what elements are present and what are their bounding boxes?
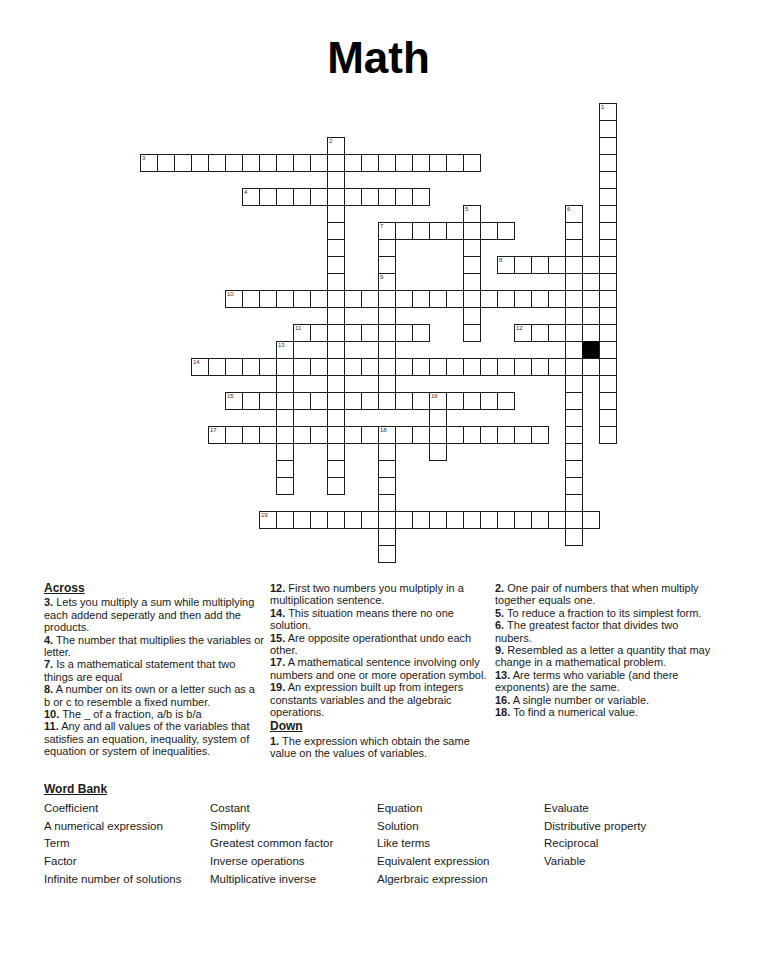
grid-cell[interactable] <box>599 290 617 308</box>
grid-cell[interactable] <box>361 426 379 444</box>
grid-cell[interactable]: 16 <box>429 392 447 410</box>
grid-cell[interactable] <box>446 392 464 410</box>
grid-cell[interactable] <box>395 154 413 172</box>
grid-cell[interactable] <box>480 222 498 240</box>
grid-cell[interactable] <box>565 409 583 427</box>
grid-cell[interactable] <box>565 273 583 291</box>
grid-cell[interactable] <box>497 426 515 444</box>
grid-cell[interactable] <box>344 511 362 529</box>
grid-cell[interactable] <box>327 358 345 376</box>
grid-cell[interactable] <box>378 528 396 546</box>
grid-cell[interactable] <box>293 358 311 376</box>
grid-cell[interactable] <box>327 460 345 478</box>
clue: 19. An expression built up from integers… <box>270 681 490 718</box>
clue-number: 1. <box>270 735 279 747</box>
grid-cell[interactable] <box>310 324 328 342</box>
grid-cell[interactable] <box>327 341 345 359</box>
grid-cell[interactable] <box>327 511 345 529</box>
grid-cell[interactable] <box>463 256 481 274</box>
grid-cell[interactable] <box>599 375 617 393</box>
word-bank-item: Simplify <box>210 818 377 836</box>
grid-cell[interactable]: 14 <box>191 358 209 376</box>
grid-cell[interactable] <box>378 256 396 274</box>
grid-cell[interactable] <box>293 188 311 206</box>
grid-cell[interactable] <box>599 120 617 138</box>
grid-cell[interactable] <box>446 290 464 308</box>
grid-cell[interactable] <box>310 392 328 410</box>
grid-cell[interactable] <box>463 154 481 172</box>
grid-cell[interactable] <box>446 154 464 172</box>
grid-cell[interactable] <box>225 426 243 444</box>
grid-cell[interactable] <box>378 443 396 461</box>
grid-cell[interactable] <box>327 426 345 444</box>
grid-cell[interactable] <box>327 290 345 308</box>
grid-cell[interactable] <box>429 409 447 427</box>
clue-text: The greatest factor that divides two nub… <box>495 619 678 643</box>
grid-cell[interactable] <box>395 358 413 376</box>
grid-cell[interactable] <box>497 290 515 308</box>
grid-cell[interactable] <box>327 188 345 206</box>
grid-cell[interactable] <box>361 188 379 206</box>
grid-cell[interactable] <box>293 290 311 308</box>
grid-cell[interactable] <box>429 154 447 172</box>
grid-cell[interactable] <box>548 290 566 308</box>
grid-cell[interactable] <box>344 358 362 376</box>
clue: 15. Are opposite operationthat undo each… <box>270 632 490 657</box>
grid-cell[interactable] <box>395 324 413 342</box>
grid-cell[interactable] <box>565 477 583 495</box>
grid-cell[interactable] <box>599 324 617 342</box>
grid-cell[interactable] <box>327 171 345 189</box>
grid-cell[interactable] <box>310 290 328 308</box>
grid-cell[interactable] <box>412 222 430 240</box>
grid-cell[interactable] <box>565 256 583 274</box>
grid-cell[interactable] <box>378 545 396 563</box>
grid-cell[interactable] <box>480 392 498 410</box>
clue-number: 14. <box>270 607 285 619</box>
grid-cell[interactable] <box>344 154 362 172</box>
grid-cell[interactable] <box>565 341 583 359</box>
grid-cell[interactable] <box>565 358 583 376</box>
grid-cell[interactable] <box>565 239 583 257</box>
grid-cell[interactable] <box>565 511 583 529</box>
grid-cell[interactable]: 19 <box>259 511 277 529</box>
grid-cell[interactable] <box>395 511 413 529</box>
grid-cell[interactable] <box>463 307 481 325</box>
grid-cell[interactable] <box>412 154 430 172</box>
grid-cell[interactable]: 9 <box>378 273 396 291</box>
word-bank-column: EquationSolutionLike termsEquivalent exp… <box>377 800 544 889</box>
grid-cell[interactable] <box>361 358 379 376</box>
grid-cell[interactable] <box>599 154 617 172</box>
grid-cell[interactable] <box>463 392 481 410</box>
grid-cell[interactable] <box>361 324 379 342</box>
grid-cell[interactable] <box>514 511 532 529</box>
grid-cell[interactable] <box>327 222 345 240</box>
grid-cell[interactable] <box>463 290 481 308</box>
grid-cell[interactable] <box>378 375 396 393</box>
grid-cell[interactable] <box>378 307 396 325</box>
grid-cell[interactable] <box>310 358 328 376</box>
grid-cell[interactable] <box>412 358 430 376</box>
clue-text: Is a mathematical statement that two thi… <box>44 658 235 682</box>
grid-cell[interactable] <box>310 426 328 444</box>
grid-cell-black <box>582 341 600 359</box>
clue-number-label: 11 <box>295 325 301 331</box>
clue-number: 9. <box>495 644 504 656</box>
grid-cell[interactable]: 12 <box>514 324 532 342</box>
grid-cell[interactable] <box>565 290 583 308</box>
word-bank-item: Coefficient <box>44 800 210 818</box>
grid-cell[interactable] <box>361 392 379 410</box>
grid-cell[interactable] <box>599 239 617 257</box>
grid-cell[interactable]: 11 <box>293 324 311 342</box>
grid-cell[interactable] <box>480 426 498 444</box>
grid-cell[interactable] <box>429 222 447 240</box>
clue-text: A mathematical sentence involving only n… <box>270 656 486 680</box>
grid-cell[interactable]: 17 <box>208 426 226 444</box>
across-clues-list-2: 12. First two numbers you mulptiply in a… <box>270 582 490 718</box>
grid-cell[interactable] <box>293 511 311 529</box>
word-bank-item: Inverse operations <box>210 853 377 871</box>
clue-text: First two numbers you mulptiply in a mul… <box>270 582 464 606</box>
grid-cell[interactable] <box>225 358 243 376</box>
clue-number: 4. <box>44 634 53 646</box>
clue-number: 13. <box>495 669 510 681</box>
grid-cell[interactable] <box>412 290 430 308</box>
grid-cell[interactable] <box>378 494 396 512</box>
grid-cell[interactable] <box>480 358 498 376</box>
grid-cell[interactable] <box>276 375 294 393</box>
grid-cell[interactable] <box>327 409 345 427</box>
grid-cell[interactable] <box>412 511 430 529</box>
grid-cell[interactable] <box>463 511 481 529</box>
grid-cell[interactable] <box>174 154 192 172</box>
clue: 7. Is a mathematical statement that two … <box>44 658 264 683</box>
word-bank-item: Like terms <box>377 835 544 853</box>
clue: 8. A number on its own or a letter such … <box>44 683 264 708</box>
grid-cell[interactable] <box>378 324 396 342</box>
grid-cell[interactable] <box>599 307 617 325</box>
grid-cell[interactable] <box>344 188 362 206</box>
grid-cell[interactable] <box>378 392 396 410</box>
clue: 3. Lets you multiply a sum while multipl… <box>44 596 264 633</box>
clue: 12. First two numbers you mulptiply in a… <box>270 582 490 607</box>
grid-cell[interactable] <box>378 341 396 359</box>
clue: 1. The expression which obtain the same … <box>270 735 490 760</box>
word-bank-item: Equation <box>377 800 544 818</box>
grid-cell[interactable] <box>582 511 600 529</box>
clue: 5. To reduce a fraction to its simplest … <box>495 607 715 619</box>
grid-cell[interactable] <box>157 154 175 172</box>
grid-cell[interactable] <box>378 290 396 308</box>
grid-cell[interactable] <box>463 273 481 291</box>
clue: 14. This situation means there no one so… <box>270 607 490 632</box>
grid-cell[interactable] <box>412 324 430 342</box>
grid-cell[interactable] <box>446 511 464 529</box>
grid-cell[interactable] <box>361 290 379 308</box>
grid-cell[interactable] <box>276 290 294 308</box>
clue-number-label: 8 <box>499 257 502 263</box>
word-bank-column: CostantSimplifyGreatest common factorInv… <box>210 800 377 889</box>
grid-cell[interactable] <box>582 324 600 342</box>
grid-cell[interactable] <box>463 426 481 444</box>
grid-cell[interactable] <box>497 358 515 376</box>
grid-cell[interactable] <box>548 511 566 529</box>
grid-cell[interactable] <box>327 154 345 172</box>
grid-cell[interactable] <box>497 392 515 410</box>
word-bank-item: Distributive property <box>544 818 734 836</box>
grid-cell[interactable] <box>344 392 362 410</box>
grid-cell[interactable] <box>565 222 583 240</box>
clue: 13. Are terms who variable (and there ex… <box>495 669 715 694</box>
grid-cell[interactable]: 2 <box>327 137 345 155</box>
grid-cell[interactable] <box>599 188 617 206</box>
grid-cell[interactable] <box>327 205 345 223</box>
grid-cell[interactable] <box>531 290 549 308</box>
grid-cell[interactable] <box>276 154 294 172</box>
grid-cell[interactable] <box>310 511 328 529</box>
grid-cell[interactable] <box>242 358 260 376</box>
word-bank-columns: CoefficientA numerical expressionTermFac… <box>44 800 746 889</box>
grid-cell[interactable] <box>327 392 345 410</box>
word-bank-item: Infinite number of solutions <box>44 871 210 889</box>
down-clues-list-1: 1. The expression which obtain the same … <box>270 735 490 760</box>
grid-cell[interactable] <box>548 358 566 376</box>
grid-cell[interactable] <box>242 426 260 444</box>
grid-cell[interactable] <box>276 358 294 376</box>
clue-number-label: 4 <box>244 189 247 195</box>
grid-cell[interactable] <box>293 426 311 444</box>
grid-cell[interactable] <box>378 239 396 257</box>
clue-number-label: 3 <box>142 155 145 161</box>
grid-cell[interactable] <box>429 511 447 529</box>
grid-cell[interactable] <box>599 171 617 189</box>
clue-number-label: 5 <box>465 206 468 212</box>
grid-cell[interactable] <box>599 273 617 291</box>
clue: 18. To find a numerical value. <box>495 706 715 718</box>
grid-cell[interactable]: 4 <box>242 188 260 206</box>
grid-cell[interactable] <box>310 154 328 172</box>
grid-cell[interactable] <box>480 290 498 308</box>
grid-cell[interactable] <box>565 426 583 444</box>
grid-cell[interactable] <box>531 256 549 274</box>
grid-cell[interactable] <box>395 290 413 308</box>
grid-cell[interactable] <box>599 256 617 274</box>
clue-number-label: 17 <box>210 427 217 433</box>
grid-cell[interactable] <box>582 256 600 274</box>
grid-cell[interactable]: 13 <box>276 341 294 359</box>
grid-cell[interactable] <box>582 358 600 376</box>
grid-cell[interactable] <box>327 324 345 342</box>
grid-cell[interactable] <box>599 222 617 240</box>
grid-cell[interactable] <box>225 154 243 172</box>
grid-cell[interactable] <box>514 290 532 308</box>
clue-text: An expression built up from integers con… <box>270 681 463 718</box>
grid-cell[interactable] <box>429 426 447 444</box>
grid-cell[interactable] <box>565 460 583 478</box>
grid-cell[interactable] <box>310 188 328 206</box>
grid-cell[interactable] <box>412 188 430 206</box>
grid-cell[interactable] <box>412 392 430 410</box>
grid-cell[interactable] <box>599 137 617 155</box>
clue-number: 17. <box>270 656 285 668</box>
grid-cell[interactable] <box>276 409 294 427</box>
grid-cell[interactable] <box>259 290 277 308</box>
clue-number: 19. <box>270 681 285 693</box>
grid-cell[interactable] <box>497 511 515 529</box>
grid-cell[interactable] <box>395 188 413 206</box>
grid-cell[interactable] <box>531 511 549 529</box>
grid-cell[interactable] <box>531 358 549 376</box>
grid-cell[interactable] <box>327 239 345 257</box>
grid-cell[interactable]: 15 <box>225 392 243 410</box>
grid-cell[interactable] <box>327 273 345 291</box>
grid-cell[interactable] <box>463 324 481 342</box>
grid-cell[interactable] <box>327 477 345 495</box>
word-bank-item: Costant <box>210 800 377 818</box>
grid-cell[interactable] <box>480 511 498 529</box>
grid-cell[interactable] <box>242 290 260 308</box>
grid-cell[interactable] <box>446 222 464 240</box>
word-bank-column: CoefficientA numerical expressionTermFac… <box>44 800 210 889</box>
clue-text: Are opposite operationthat undo each oth… <box>270 632 471 656</box>
clue-number-label: 10 <box>227 291 234 297</box>
grid-cell[interactable] <box>463 222 481 240</box>
grid-cell[interactable] <box>259 154 277 172</box>
grid-cell[interactable] <box>599 358 617 376</box>
grid-cell[interactable]: 18 <box>378 426 396 444</box>
grid-cell[interactable] <box>565 528 583 546</box>
grid-cell[interactable] <box>259 392 277 410</box>
grid-cell[interactable] <box>531 324 549 342</box>
word-bank-item: Multiplicative inverse <box>210 871 377 889</box>
grid-cell[interactable] <box>599 205 617 223</box>
grid-cell[interactable] <box>395 222 413 240</box>
grid-cell[interactable] <box>191 154 209 172</box>
grid-cell[interactable] <box>344 290 362 308</box>
grid-cell[interactable] <box>276 460 294 478</box>
clues-column-1: Across 3. Lets you multiply a sum while … <box>44 582 264 758</box>
grid-cell[interactable] <box>446 358 464 376</box>
clue-number: 11. <box>44 720 59 732</box>
grid-cell[interactable] <box>599 341 617 359</box>
grid-cell[interactable] <box>327 256 345 274</box>
grid-cell[interactable] <box>378 188 396 206</box>
grid-cell[interactable] <box>276 188 294 206</box>
grid-cell[interactable] <box>514 358 532 376</box>
word-bank-item: Reciprocal <box>544 835 734 853</box>
grid-cell[interactable] <box>276 443 294 461</box>
grid-cell[interactable] <box>242 154 260 172</box>
clue-text: To reduce a fraction to its simplest for… <box>504 607 701 619</box>
word-bank-item: Factor <box>44 853 210 871</box>
grid-cell[interactable] <box>446 426 464 444</box>
grid-cell[interactable] <box>429 443 447 461</box>
grid-cell[interactable] <box>327 443 345 461</box>
grid-cell[interactable]: 3 <box>140 154 158 172</box>
grid-cell[interactable] <box>395 426 413 444</box>
word-bank-item: Evaluate <box>544 800 734 818</box>
grid-cell[interactable] <box>565 443 583 461</box>
grid-cell[interactable] <box>327 307 345 325</box>
grid-cell[interactable] <box>208 154 226 172</box>
grid-cell[interactable] <box>378 511 396 529</box>
grid-cell[interactable] <box>378 358 396 376</box>
grid-cell[interactable] <box>497 222 515 240</box>
grid-cell[interactable] <box>582 290 600 308</box>
grid-cell[interactable] <box>259 426 277 444</box>
clue-number-label: 2 <box>329 138 332 144</box>
grid-cell[interactable] <box>412 426 430 444</box>
clue: 17. A mathematical sentence involving on… <box>270 656 490 681</box>
grid-cell[interactable] <box>565 324 583 342</box>
grid-cell[interactable] <box>276 511 294 529</box>
clue-number-label: 18 <box>380 427 387 433</box>
grid-cell[interactable] <box>378 477 396 495</box>
grid-cell[interactable] <box>344 324 362 342</box>
grid-cell[interactable] <box>599 409 617 427</box>
grid-cell[interactable] <box>548 324 566 342</box>
grid-cell[interactable] <box>395 392 413 410</box>
clue-number-label: 7 <box>380 223 383 229</box>
grid-cell[interactable] <box>565 307 583 325</box>
grid-cell[interactable] <box>531 426 549 444</box>
grid-cell[interactable] <box>344 426 362 444</box>
grid-cell[interactable] <box>429 358 447 376</box>
grid-cell[interactable] <box>259 188 277 206</box>
grid-cell[interactable]: 10 <box>225 290 243 308</box>
grid-cell[interactable] <box>259 358 277 376</box>
clue-text: Any and all values of the variables that… <box>44 720 249 757</box>
grid-cell[interactable] <box>548 256 566 274</box>
grid-cell[interactable]: 8 <box>497 256 515 274</box>
page-title: Math <box>0 33 757 83</box>
grid-cell[interactable] <box>327 375 345 393</box>
grid-cell[interactable] <box>599 426 617 444</box>
grid-cell[interactable]: 5 <box>463 205 481 223</box>
grid-cell[interactable] <box>514 256 532 274</box>
grid-cell[interactable] <box>378 154 396 172</box>
grid-cell[interactable] <box>276 426 294 444</box>
grid-cell[interactable] <box>463 239 481 257</box>
clue-number-label: 16 <box>431 393 438 399</box>
grid-cell[interactable] <box>565 375 583 393</box>
grid-cell[interactable] <box>429 290 447 308</box>
grid-cell[interactable] <box>276 477 294 495</box>
grid-cell[interactable] <box>361 511 379 529</box>
grid-cell[interactable] <box>293 392 311 410</box>
grid-cell[interactable]: 1 <box>599 103 617 121</box>
grid-cell[interactable]: 6 <box>565 205 583 223</box>
grid-cell[interactable] <box>565 494 583 512</box>
grid-cell[interactable] <box>208 358 226 376</box>
clue-number-label: 12 <box>516 325 523 331</box>
grid-cell[interactable] <box>565 392 583 410</box>
grid-cell[interactable] <box>361 154 379 172</box>
grid-cell[interactable] <box>378 460 396 478</box>
grid-cell[interactable] <box>463 358 481 376</box>
grid-cell[interactable] <box>514 426 532 444</box>
clue-number: 5. <box>495 607 504 619</box>
grid-cell[interactable] <box>242 392 260 410</box>
across-clues-list-1: 3. Lets you multiply a sum while multipl… <box>44 596 264 757</box>
grid-cell[interactable]: 7 <box>378 222 396 240</box>
clue: 4. The number that multiplies the variab… <box>44 634 264 659</box>
grid-cell[interactable] <box>599 392 617 410</box>
grid-cell[interactable] <box>276 392 294 410</box>
grid-cell[interactable] <box>293 154 311 172</box>
